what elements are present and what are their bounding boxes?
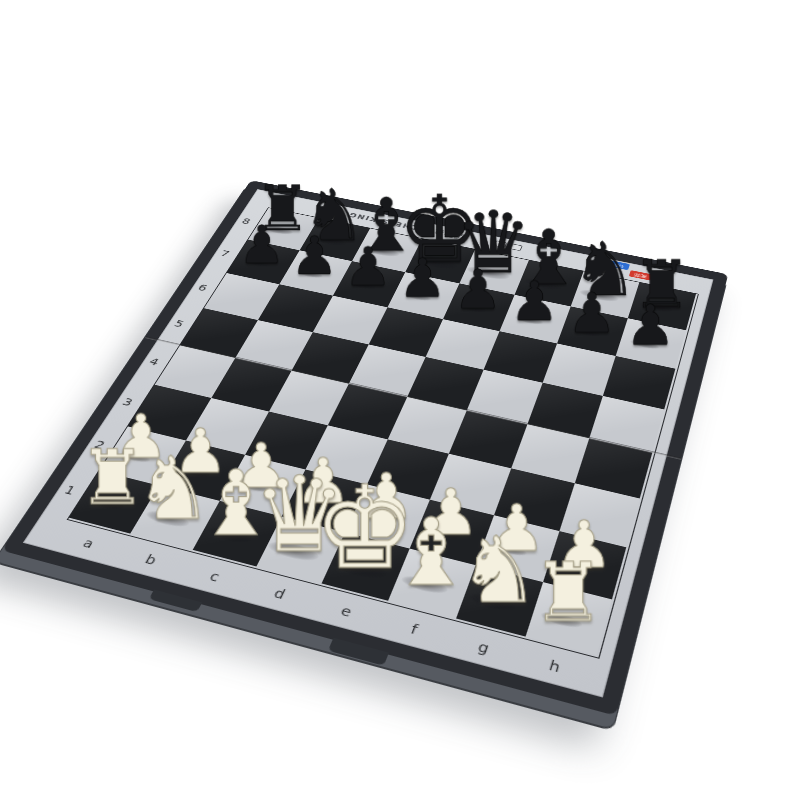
chess-board-3d-wrapper: 87654321abcdefgh 国际象棋 CHESS KING UB 友邦 ♜… xyxy=(1,180,728,716)
product-photo-scene: 87654321abcdefgh 国际象棋 CHESS KING UB 友邦 ♜… xyxy=(0,0,800,800)
piece-white-rook-h1[interactable]: ♜ xyxy=(499,552,638,633)
